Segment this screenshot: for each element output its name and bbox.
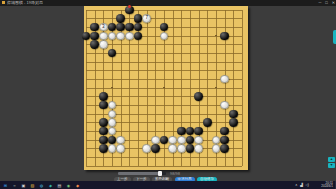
black-stone bbox=[194, 127, 202, 135]
black-stone bbox=[194, 92, 202, 100]
black-stone bbox=[229, 110, 237, 118]
grid-line-horizontal bbox=[86, 96, 242, 97]
black-stone bbox=[220, 127, 228, 135]
white-stone bbox=[177, 144, 185, 152]
media-app-icon[interactable]: ◉ bbox=[66, 183, 71, 188]
white-stone bbox=[108, 110, 116, 118]
black-stone bbox=[90, 23, 98, 31]
system-tray: ∧▟◁) bbox=[295, 183, 309, 187]
move-slider-fill bbox=[118, 172, 160, 175]
desktop: 弈城围棋 - 19路对局 ─ □ ✕ 73 ▲ ▼ 98/98 上一步下一步形势… bbox=[0, 0, 336, 189]
black-stone bbox=[125, 23, 133, 31]
document-app-icon[interactable]: ▤ bbox=[57, 183, 62, 188]
clock-date: 2024/6/1 bbox=[321, 185, 333, 188]
browser-icon[interactable]: ◍ bbox=[39, 183, 44, 188]
app-icon bbox=[2, 1, 5, 4]
black-stone bbox=[99, 92, 107, 100]
black-stone bbox=[99, 101, 107, 109]
black-stone bbox=[116, 23, 124, 31]
search-icon[interactable]: ○ bbox=[12, 183, 17, 188]
move-number-label: 3 bbox=[99, 23, 107, 31]
network-icon[interactable]: ▟ bbox=[300, 183, 303, 187]
black-stone bbox=[220, 32, 228, 40]
taskbar: ∧▟◁) 20:51 2024/6/1 ⊞○▣▨◍◈▤◉◆ bbox=[0, 181, 336, 189]
black-stone bbox=[99, 118, 107, 126]
white-stone bbox=[108, 32, 116, 40]
white-stone bbox=[99, 40, 107, 48]
white-stone bbox=[212, 136, 220, 144]
white-stone bbox=[194, 136, 202, 144]
go-app-icon[interactable]: ◈ bbox=[48, 183, 53, 188]
black-stone bbox=[186, 127, 194, 135]
close-button[interactable]: ✕ bbox=[332, 0, 335, 5]
black-stone bbox=[134, 14, 142, 22]
white-stone bbox=[142, 144, 150, 152]
move-slider[interactable] bbox=[118, 172, 166, 175]
white-stone bbox=[194, 144, 202, 152]
black-stone bbox=[220, 136, 228, 144]
white-stone bbox=[160, 32, 168, 40]
black-stone bbox=[99, 144, 107, 152]
move-number-label: 7 bbox=[142, 14, 150, 22]
black-stone bbox=[177, 127, 185, 135]
black-stone bbox=[160, 23, 168, 31]
chat-app-icon[interactable]: ◆ bbox=[75, 183, 80, 188]
black-stone bbox=[90, 32, 98, 40]
start-icon[interactable]: ⊞ bbox=[3, 183, 8, 188]
black-stone bbox=[108, 23, 116, 31]
black-stone bbox=[134, 32, 142, 40]
window-title: 弈城围棋 - 19路对局 bbox=[7, 0, 43, 5]
black-stone bbox=[203, 118, 211, 126]
white-stone bbox=[125, 32, 133, 40]
grid-line-horizontal bbox=[86, 166, 242, 167]
white-stone bbox=[116, 136, 124, 144]
black-stone bbox=[90, 40, 98, 48]
grid-line-vertical bbox=[207, 10, 208, 166]
black-stone bbox=[160, 136, 168, 144]
grid-line-horizontal bbox=[86, 157, 242, 158]
white-stone bbox=[99, 32, 107, 40]
minimize-button[interactable]: ─ bbox=[318, 0, 321, 5]
maximize-button[interactable]: □ bbox=[325, 0, 327, 5]
black-stone bbox=[99, 127, 107, 135]
black-stone bbox=[82, 32, 90, 40]
black-stone bbox=[108, 49, 116, 57]
black-stone bbox=[108, 136, 116, 144]
black-stone bbox=[134, 23, 142, 31]
white-stone bbox=[177, 136, 185, 144]
black-stone bbox=[186, 136, 194, 144]
white-stone bbox=[220, 75, 228, 83]
black-stone bbox=[220, 144, 228, 152]
taskbar-clock[interactable]: 20:51 2024/6/1 bbox=[321, 182, 333, 189]
white-stone bbox=[116, 32, 124, 40]
white-stone bbox=[108, 118, 116, 126]
black-stone bbox=[116, 14, 124, 22]
window-controls: ─ □ ✕ bbox=[318, 0, 335, 5]
black-stone bbox=[99, 136, 107, 144]
white-stone bbox=[108, 144, 116, 152]
file-explorer-icon[interactable]: ▨ bbox=[30, 183, 35, 188]
scroll-up-button[interactable]: ▲ bbox=[328, 157, 335, 162]
grid-line-vertical bbox=[233, 10, 234, 166]
move-counter: 98/98 bbox=[170, 171, 180, 176]
white-stone bbox=[212, 144, 220, 152]
grid-line-vertical bbox=[242, 10, 243, 166]
white-stone bbox=[116, 144, 124, 152]
go-board[interactable]: 73 bbox=[84, 6, 248, 170]
white-stone bbox=[220, 101, 228, 109]
task-view-icon[interactable]: ▣ bbox=[21, 183, 26, 188]
scroll-down-button[interactable]: ▼ bbox=[328, 163, 335, 168]
white-stone bbox=[151, 136, 159, 144]
white-stone bbox=[168, 144, 176, 152]
black-stone bbox=[229, 118, 237, 126]
last-move-marker bbox=[128, 5, 131, 8]
black-stone bbox=[151, 144, 159, 152]
white-stone bbox=[108, 101, 116, 109]
volume-icon[interactable]: ◁) bbox=[305, 183, 309, 187]
move-slider-handle[interactable] bbox=[158, 171, 162, 176]
black-stone bbox=[186, 144, 194, 152]
white-stone bbox=[168, 136, 176, 144]
hidden-icons-icon[interactable]: ∧ bbox=[295, 183, 298, 187]
white-stone bbox=[108, 127, 116, 135]
